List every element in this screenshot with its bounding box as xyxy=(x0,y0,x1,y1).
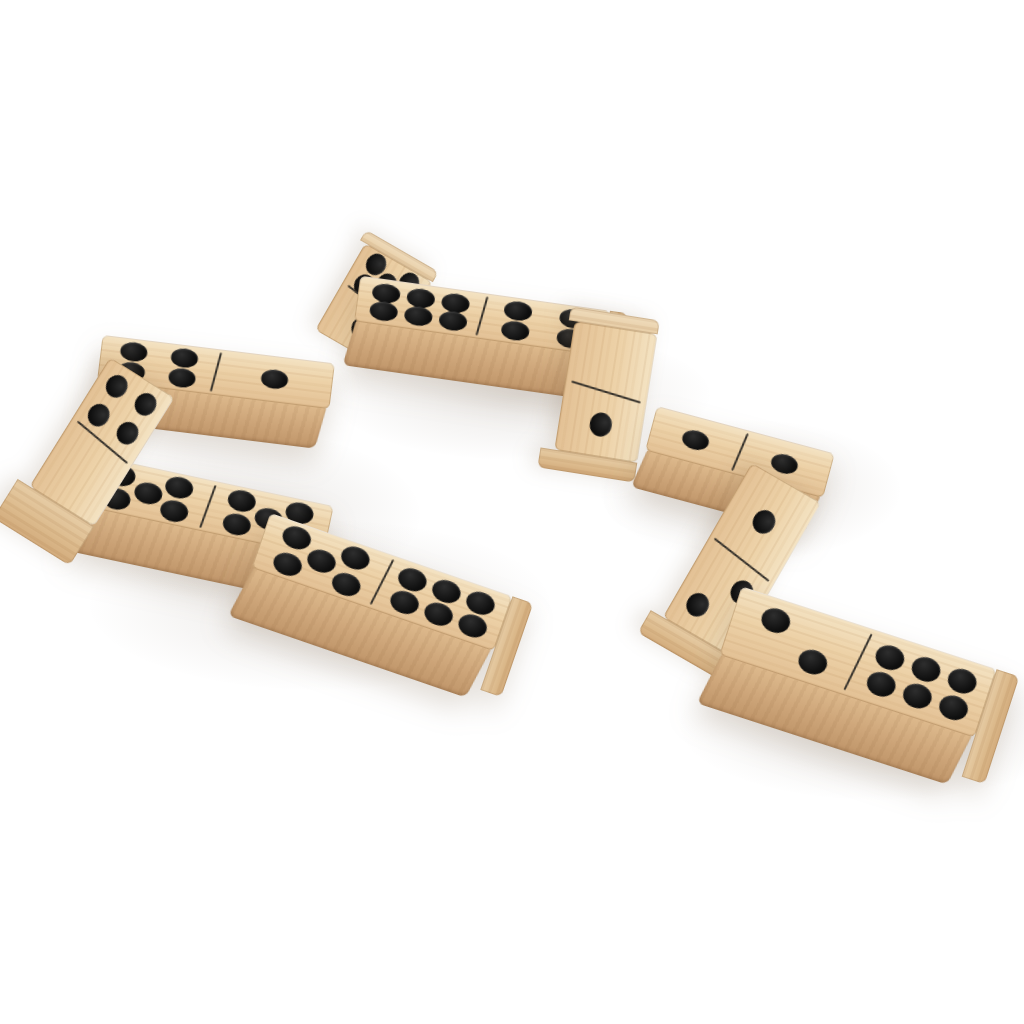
pip xyxy=(170,347,199,369)
pip xyxy=(769,451,800,476)
pip xyxy=(338,543,373,573)
pip xyxy=(403,305,433,328)
pip xyxy=(163,474,195,500)
pip xyxy=(873,642,908,674)
pip xyxy=(130,389,160,420)
pip xyxy=(271,549,306,579)
pip xyxy=(441,292,471,315)
domino-2-6 xyxy=(719,586,996,737)
pip xyxy=(102,371,132,402)
pip xyxy=(500,320,530,343)
pip xyxy=(680,427,711,452)
pip xyxy=(329,569,364,599)
pip xyxy=(84,400,114,431)
pip xyxy=(503,300,533,323)
pip xyxy=(304,546,339,576)
dominoes-scene xyxy=(0,0,1024,1024)
pip xyxy=(371,282,401,305)
pip xyxy=(168,367,197,389)
pip xyxy=(368,300,398,323)
pip xyxy=(900,680,935,712)
domino-half-1 xyxy=(554,385,647,462)
pip xyxy=(588,411,613,438)
pip xyxy=(280,523,315,553)
pip xyxy=(119,341,148,363)
pip xyxy=(758,604,793,636)
pip xyxy=(158,498,190,524)
pip xyxy=(226,487,258,513)
pip xyxy=(864,669,899,701)
pip xyxy=(935,692,970,724)
pip xyxy=(682,589,713,621)
pip xyxy=(909,653,944,685)
pip xyxy=(944,665,979,697)
pip xyxy=(260,368,289,390)
pip xyxy=(112,418,142,449)
pip xyxy=(795,647,830,679)
pip xyxy=(438,310,468,333)
pip xyxy=(749,506,780,538)
pip xyxy=(406,287,436,310)
pip xyxy=(132,480,164,506)
pip xyxy=(221,512,253,538)
